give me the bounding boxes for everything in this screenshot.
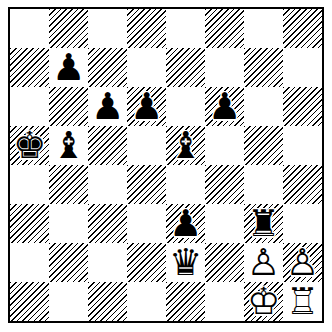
square-b1[interactable] — [49, 282, 88, 321]
square-a5[interactable]: ♚♚ — [10, 126, 49, 165]
white-pawn-h2[interactable]: ♟♙ — [283, 243, 322, 282]
square-f4[interactable] — [205, 165, 244, 204]
square-d7[interactable] — [127, 48, 166, 87]
black-pawn-e3[interactable]: ♟♟ — [166, 204, 205, 243]
square-e6[interactable] — [166, 87, 205, 126]
piece-glyph: ♔ — [244, 282, 283, 321]
square-f7[interactable] — [205, 48, 244, 87]
square-d3[interactable] — [127, 204, 166, 243]
square-d2[interactable] — [127, 243, 166, 282]
black-pawn-b7[interactable]: ♟♟ — [49, 48, 88, 87]
piece-glyph: ♝ — [166, 126, 205, 165]
square-a1[interactable] — [10, 282, 49, 321]
square-e3[interactable]: ♟♟ — [166, 204, 205, 243]
piece-glyph: ♙ — [244, 243, 283, 282]
black-pawn-f6[interactable]: ♟♟ — [205, 87, 244, 126]
square-h8[interactable] — [283, 9, 322, 48]
piece-glyph: ♜ — [244, 204, 283, 243]
square-d1[interactable] — [127, 282, 166, 321]
square-e8[interactable] — [166, 9, 205, 48]
square-f5[interactable] — [205, 126, 244, 165]
square-a8[interactable] — [10, 9, 49, 48]
piece-glyph: ♙ — [283, 243, 322, 282]
square-c4[interactable] — [88, 165, 127, 204]
square-a3[interactable] — [10, 204, 49, 243]
chess-diagram-page: ♟♟♟♟♟♟♟♟♚♚♝♝♝♝♟♟♜♜♛♛♟♙♟♙♚♔♜♖ — [0, 0, 332, 332]
black-rook-g3[interactable]: ♜♜ — [244, 204, 283, 243]
white-king-g1[interactable]: ♚♔ — [244, 282, 283, 321]
square-b8[interactable] — [49, 9, 88, 48]
chess-board: ♟♟♟♟♟♟♟♟♚♚♝♝♝♝♟♟♜♜♛♛♟♙♟♙♚♔♜♖ — [8, 7, 324, 323]
square-h3[interactable] — [283, 204, 322, 243]
square-g2[interactable]: ♟♙ — [244, 243, 283, 282]
white-rook-h1[interactable]: ♜♖ — [283, 282, 322, 321]
piece-glyph: ♟ — [127, 87, 166, 126]
square-c5[interactable] — [88, 126, 127, 165]
square-b7[interactable]: ♟♟ — [49, 48, 88, 87]
square-h5[interactable] — [283, 126, 322, 165]
square-f1[interactable] — [205, 282, 244, 321]
square-g4[interactable] — [244, 165, 283, 204]
square-d5[interactable] — [127, 126, 166, 165]
square-h6[interactable] — [283, 87, 322, 126]
square-b2[interactable] — [49, 243, 88, 282]
piece-glyph: ♟ — [88, 87, 127, 126]
square-g7[interactable] — [244, 48, 283, 87]
square-h2[interactable]: ♟♙ — [283, 243, 322, 282]
square-e7[interactable] — [166, 48, 205, 87]
piece-glyph: ♟ — [205, 87, 244, 126]
square-c8[interactable] — [88, 9, 127, 48]
square-h4[interactable] — [283, 165, 322, 204]
square-a4[interactable] — [10, 165, 49, 204]
square-c3[interactable] — [88, 204, 127, 243]
square-d8[interactable] — [127, 9, 166, 48]
square-c7[interactable] — [88, 48, 127, 87]
square-b4[interactable] — [49, 165, 88, 204]
square-g6[interactable] — [244, 87, 283, 126]
square-b3[interactable] — [49, 204, 88, 243]
square-h7[interactable] — [283, 48, 322, 87]
square-c2[interactable] — [88, 243, 127, 282]
black-pawn-d6[interactable]: ♟♟ — [127, 87, 166, 126]
white-pawn-g2[interactable]: ♟♙ — [244, 243, 283, 282]
square-f8[interactable] — [205, 9, 244, 48]
square-e4[interactable] — [166, 165, 205, 204]
square-d6[interactable]: ♟♟ — [127, 87, 166, 126]
square-b5[interactable]: ♝♝ — [49, 126, 88, 165]
square-b6[interactable] — [49, 87, 88, 126]
square-h1[interactable]: ♜♖ — [283, 282, 322, 321]
black-bishop-b5[interactable]: ♝♝ — [49, 126, 88, 165]
piece-glyph: ♚ — [10, 126, 49, 165]
square-g5[interactable] — [244, 126, 283, 165]
piece-glyph: ♖ — [283, 282, 322, 321]
square-c6[interactable]: ♟♟ — [88, 87, 127, 126]
square-g1[interactable]: ♚♔ — [244, 282, 283, 321]
square-c1[interactable] — [88, 282, 127, 321]
square-d4[interactable] — [127, 165, 166, 204]
square-f2[interactable] — [205, 243, 244, 282]
square-f6[interactable]: ♟♟ — [205, 87, 244, 126]
square-f3[interactable] — [205, 204, 244, 243]
piece-glyph: ♟ — [166, 204, 205, 243]
square-a6[interactable] — [10, 87, 49, 126]
square-g3[interactable]: ♜♜ — [244, 204, 283, 243]
square-a2[interactable] — [10, 243, 49, 282]
black-king-a5[interactable]: ♚♚ — [10, 126, 49, 165]
square-g8[interactable] — [244, 9, 283, 48]
black-pawn-c6[interactable]: ♟♟ — [88, 87, 127, 126]
square-e2[interactable]: ♛♛ — [166, 243, 205, 282]
square-e1[interactable] — [166, 282, 205, 321]
piece-glyph: ♛ — [166, 243, 205, 282]
piece-glyph: ♝ — [49, 126, 88, 165]
black-bishop-e5[interactable]: ♝♝ — [166, 126, 205, 165]
square-e5[interactable]: ♝♝ — [166, 126, 205, 165]
black-queen-e2[interactable]: ♛♛ — [166, 243, 205, 282]
piece-glyph: ♟ — [49, 48, 88, 87]
square-a7[interactable] — [10, 48, 49, 87]
